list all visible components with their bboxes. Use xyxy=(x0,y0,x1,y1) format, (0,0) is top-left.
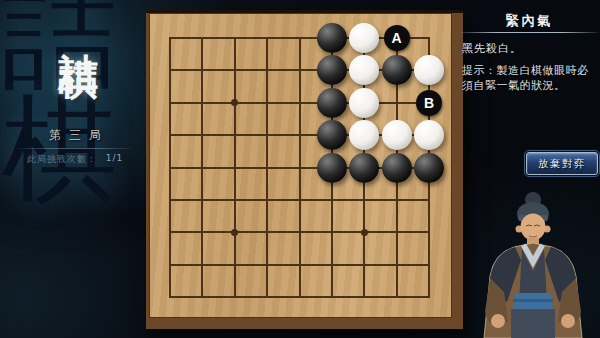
grid-line xyxy=(169,264,430,266)
puzzle-mode-title: 詰棋 xyxy=(52,20,107,34)
black-stone xyxy=(414,153,444,183)
resign-button[interactable]: 放棄對弈 xyxy=(526,152,598,175)
puzzle-title: 緊內氣 xyxy=(461,12,598,30)
black-stone xyxy=(317,88,347,118)
grid-line xyxy=(169,231,430,233)
grid-line xyxy=(169,199,430,201)
white-stone xyxy=(382,120,412,150)
attempts-label: 此局挑戰次數： xyxy=(27,153,97,166)
white-stone xyxy=(414,55,444,85)
round-label: 第三局 xyxy=(0,127,150,144)
panel-divider xyxy=(461,32,598,33)
puzzle-hint: 提示：製造白棋做眼時必須自緊一氣的狀況。 xyxy=(462,63,599,93)
game-screen: 詰棋 詰棋 第三局 此局挑戰次數： 1/1 AB 緊內氣 黑先殺白。 提示：製造… xyxy=(0,0,600,338)
move-option-b[interactable]: B xyxy=(416,90,442,116)
go-board-wood: AB xyxy=(150,14,451,317)
puzzle-objective: 黑先殺白。 xyxy=(462,41,598,56)
sidebar-divider xyxy=(14,148,136,149)
grid-line xyxy=(169,296,430,298)
black-stone xyxy=(382,55,412,85)
go-board-grid: AB xyxy=(150,14,451,317)
attempts-row: 此局挑戰次數： 1/1 xyxy=(0,153,150,166)
black-stone xyxy=(317,120,347,150)
black-stone xyxy=(317,23,347,53)
move-option-a[interactable]: A xyxy=(384,25,410,51)
star-point xyxy=(231,229,238,236)
attempts-value: 1/1 xyxy=(106,153,123,166)
white-stone xyxy=(349,120,379,150)
black-stone xyxy=(317,153,347,183)
black-stone xyxy=(349,153,379,183)
go-board[interactable]: AB xyxy=(146,10,463,329)
star-point xyxy=(231,99,238,106)
black-stone xyxy=(317,55,347,85)
star-point xyxy=(361,229,368,236)
white-stone xyxy=(414,120,444,150)
white-stone xyxy=(349,23,379,53)
npc-portrait-image xyxy=(466,190,600,338)
white-stone xyxy=(349,55,379,85)
black-stone xyxy=(382,153,412,183)
npc-portrait xyxy=(466,190,600,338)
white-stone xyxy=(349,88,379,118)
